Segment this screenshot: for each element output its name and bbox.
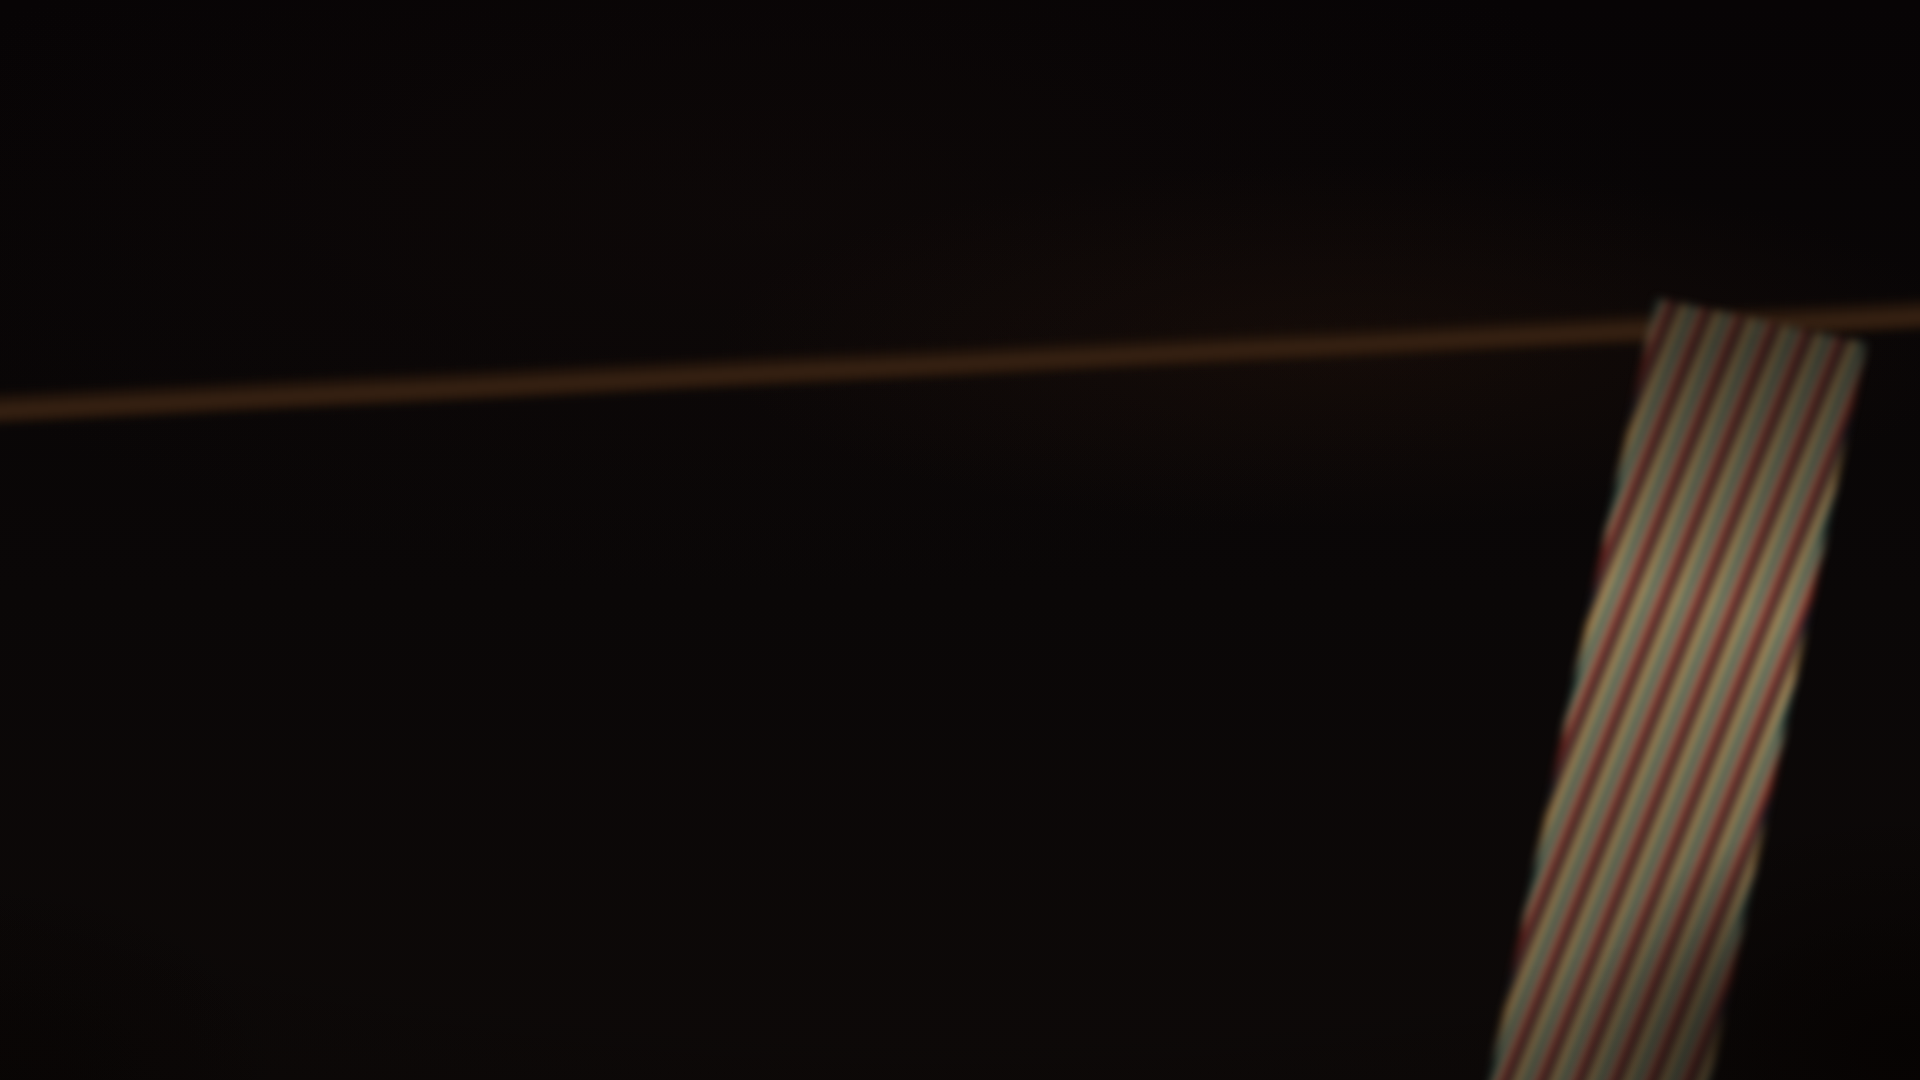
photo-scene xyxy=(0,0,1920,1080)
